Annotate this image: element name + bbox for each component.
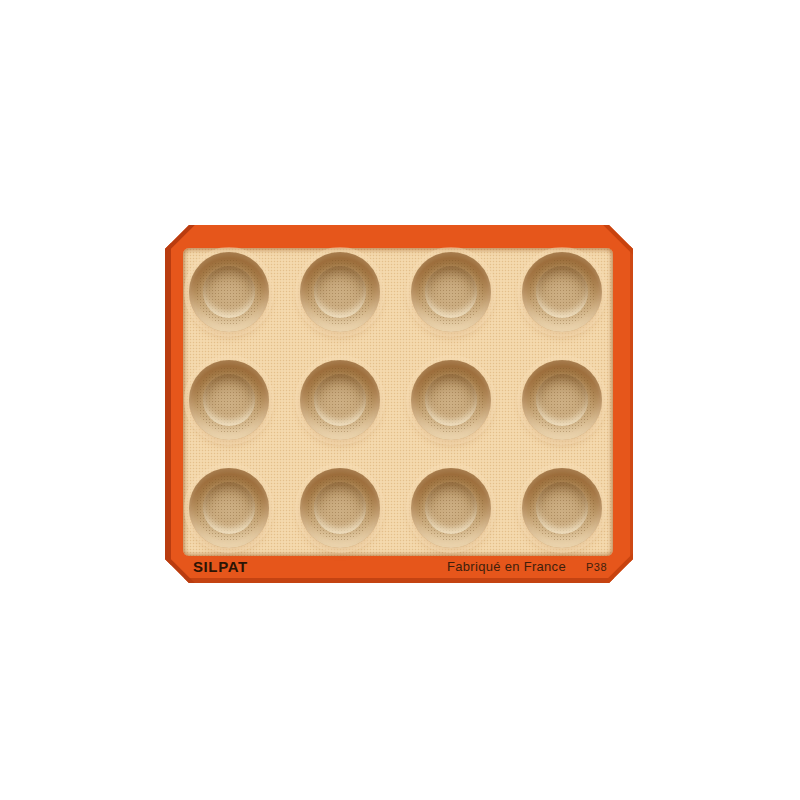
muffin-mold-well	[189, 360, 269, 440]
muffin-mold-well	[189, 468, 269, 548]
muffin-mold-well	[300, 360, 380, 440]
muffin-mold-well	[411, 468, 491, 548]
muffin-mold-well	[411, 252, 491, 332]
muffin-mold-well	[300, 252, 380, 332]
muffin-mold-well	[411, 360, 491, 440]
model-code: P38	[586, 562, 607, 573]
baking-mat: SILPAT Fabriqué en France P38	[165, 225, 633, 583]
muffin-mold-well	[522, 252, 602, 332]
brand-logo: SILPAT	[193, 559, 248, 574]
mold-grid	[173, 238, 617, 562]
mat-surface	[183, 248, 613, 556]
origin-label: Fabriqué en France	[447, 560, 566, 573]
product-photo: SILPAT Fabriqué en France P38	[0, 0, 800, 800]
muffin-mold-well	[522, 360, 602, 440]
muffin-mold-well	[522, 468, 602, 548]
muffin-mold-well	[300, 468, 380, 548]
origin-row: Fabriqué en France P38	[447, 560, 607, 573]
muffin-mold-well	[189, 252, 269, 332]
